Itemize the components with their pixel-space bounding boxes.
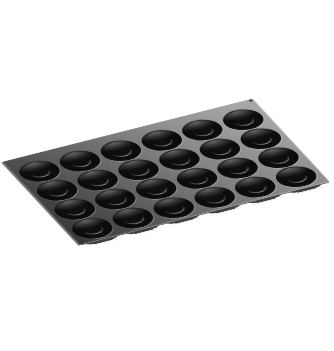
cavity-grid <box>2 98 330 245</box>
baking-mold <box>2 98 330 245</box>
product-photo <box>0 0 334 351</box>
